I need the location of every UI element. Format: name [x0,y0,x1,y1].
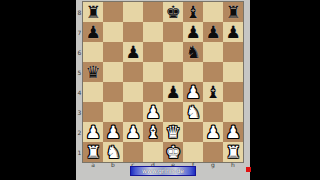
square-f2[interactable] [183,122,203,142]
square-b3[interactable] [103,102,123,122]
square-b7[interactable] [103,22,123,42]
watermark-text: www.grinis.de [142,167,184,175]
rank-label-3: 3 [76,102,83,122]
square-c1[interactable] [123,142,143,162]
square-g2[interactable]: ♟ [203,122,223,142]
white-king-e1: ♚ [165,142,180,162]
board: ♜♚♝♜♟♟♟♟♟♞♛♟♟♝♟♞♟♟♟♝♛♟♟♜♞♚♜ [83,2,243,162]
square-c6[interactable]: ♟ [123,42,143,62]
black-rook-h8: ♜ [225,2,240,22]
black-pawn-h7: ♟ [225,22,240,42]
white-knight-b1: ♞ [105,142,120,162]
square-b2[interactable]: ♟ [103,122,123,142]
square-g3[interactable] [203,102,223,122]
square-h2[interactable]: ♟ [223,122,243,142]
rank-labels: 87654321 [76,2,83,162]
square-c2[interactable]: ♟ [123,122,143,142]
square-d3[interactable]: ♟ [143,102,163,122]
square-h5[interactable] [223,62,243,82]
rank-label-6: 6 [76,42,83,62]
square-e5[interactable] [163,62,183,82]
square-f7[interactable]: ♟ [183,22,203,42]
square-a1[interactable]: ♜ [83,142,103,162]
square-f1[interactable] [183,142,203,162]
white-pawn-c2: ♟ [125,122,140,142]
square-e7[interactable] [163,22,183,42]
square-e4[interactable]: ♟ [163,82,183,102]
white-pawn-b2: ♟ [105,122,120,142]
file-label-g: g [203,162,223,168]
black-pawn-a7: ♟ [85,22,100,42]
square-f3[interactable]: ♞ [183,102,203,122]
square-h1[interactable]: ♜ [223,142,243,162]
square-g4[interactable]: ♝ [203,82,223,102]
black-king-e8: ♚ [165,2,180,22]
watermark-banner: www.grinis.de [130,166,196,176]
square-b1[interactable]: ♞ [103,142,123,162]
square-h6[interactable] [223,42,243,62]
square-e1[interactable]: ♚ [163,142,183,162]
square-a6[interactable] [83,42,103,62]
square-a2[interactable]: ♟ [83,122,103,142]
white-pawn-h2: ♟ [225,122,240,142]
square-g5[interactable] [203,62,223,82]
white-pawn-d3: ♟ [145,102,160,122]
red-marker-dot [246,167,251,172]
square-e2[interactable]: ♛ [163,122,183,142]
white-rook-a1: ♜ [85,142,100,162]
black-pawn-f7: ♟ [185,22,200,42]
black-rook-a8: ♜ [85,2,100,22]
white-rook-h1: ♜ [225,142,240,162]
square-d1[interactable] [143,142,163,162]
square-e6[interactable] [163,42,183,62]
page: { "game": "chess", "position": { "fen": … [0,0,320,180]
black-bishop-g4: ♝ [205,82,220,102]
square-e8[interactable]: ♚ [163,2,183,22]
white-pawn-g2: ♟ [205,122,220,142]
rank-label-4: 4 [76,82,83,102]
square-a3[interactable] [83,102,103,122]
square-a8[interactable]: ♜ [83,2,103,22]
square-h4[interactable] [223,82,243,102]
black-knight-f6: ♞ [185,42,200,62]
square-d7[interactable] [143,22,163,42]
white-queen-e2: ♛ [165,122,180,142]
rank-label-8: 8 [76,2,83,22]
black-queen-a5: ♛ [85,62,100,82]
white-pawn-a2: ♟ [85,122,100,142]
chess-board-frame: 87654321 ♜♚♝♜♟♟♟♟♟♞♛♟♟♝♟♞♟♟♟♝♛♟♟♜♞♚♜ abc… [76,0,250,180]
square-g6[interactable] [203,42,223,62]
square-c3[interactable] [123,102,143,122]
square-d4[interactable] [143,82,163,102]
black-pawn-c6: ♟ [125,42,140,62]
square-c8[interactable] [123,2,143,22]
white-bishop-d2: ♝ [145,122,160,142]
square-c5[interactable] [123,62,143,82]
square-c7[interactable] [123,22,143,42]
square-h3[interactable] [223,102,243,122]
file-label-h: h [223,162,243,168]
square-h8[interactable]: ♜ [223,2,243,22]
square-a7[interactable]: ♟ [83,22,103,42]
square-h7[interactable]: ♟ [223,22,243,42]
rank-label-2: 2 [76,122,83,142]
square-g8[interactable] [203,2,223,22]
white-knight-f3: ♞ [185,102,200,122]
square-b8[interactable] [103,2,123,22]
rank-label-5: 5 [76,62,83,82]
square-f6[interactable]: ♞ [183,42,203,62]
black-bishop-f8: ♝ [185,2,200,22]
square-g7[interactable]: ♟ [203,22,223,42]
square-b6[interactable] [103,42,123,62]
file-label-b: b [103,162,123,168]
square-g1[interactable] [203,142,223,162]
square-f8[interactable]: ♝ [183,2,203,22]
square-d5[interactable] [143,62,163,82]
square-b5[interactable] [103,62,123,82]
square-b4[interactable] [103,82,123,102]
square-f4[interactable]: ♟ [183,82,203,102]
square-f5[interactable] [183,62,203,82]
rank-label-1: 1 [76,142,83,162]
square-d2[interactable]: ♝ [143,122,163,142]
white-pawn-f4: ♟ [185,82,200,102]
square-a5[interactable]: ♛ [83,62,103,82]
square-e3[interactable] [163,102,183,122]
black-pawn-g7: ♟ [205,22,220,42]
square-d6[interactable] [143,42,163,62]
file-label-a: a [83,162,103,168]
square-d8[interactable] [143,2,163,22]
rank-label-7: 7 [76,22,83,42]
square-c4[interactable] [123,82,143,102]
square-a4[interactable] [83,82,103,102]
black-pawn-e4: ♟ [165,82,180,102]
